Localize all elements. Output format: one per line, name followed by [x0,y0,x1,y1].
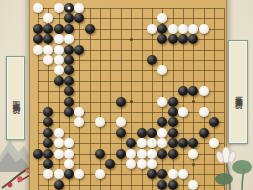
black-stone [168,107,178,117]
black-stone [147,169,157,179]
white-stone [95,117,105,127]
white-stone [74,107,84,117]
black-stone [33,149,43,159]
black-stone [64,76,74,86]
black-stone [116,97,126,107]
white-stone [157,97,167,107]
black-stone [64,169,74,179]
white-stone [157,65,167,75]
black-stone [157,24,167,34]
white-stone [178,24,188,34]
last-move-marker [68,7,71,10]
black-stone [168,34,178,44]
white-stone [43,45,53,55]
grid-line [214,8,215,190]
white-stone [147,159,157,169]
white-stone [54,138,64,148]
white-stone [157,138,167,148]
star-point [130,100,133,103]
white-stone [54,3,64,13]
black-stone [64,13,74,23]
star-point [130,38,133,41]
white-stone [74,3,84,13]
white-stone [137,149,147,159]
black-stone [43,107,53,117]
black-stone [33,34,43,44]
white-stone [178,107,188,117]
grid-line [224,8,225,190]
white-stone [95,169,105,179]
black-stone [64,107,74,117]
white-stone [43,13,53,23]
right-scroll-plaque: 李轩豪名局赏析 [228,40,248,144]
black-stone [43,138,53,148]
black-stone [168,149,178,159]
black-stone [157,117,167,127]
white-stone [126,159,136,169]
black-stone [64,45,74,55]
black-stone [74,45,84,55]
go-board[interactable] [29,0,227,190]
black-stone [54,24,64,34]
white-stone [64,138,74,148]
white-stone [43,169,53,179]
black-stone [43,117,53,127]
white-stone [74,117,84,127]
black-stone [168,97,178,107]
black-stone [116,128,126,138]
white-stone [188,149,198,159]
black-stone [126,138,136,148]
black-stone [43,128,53,138]
white-stone [126,149,136,159]
black-stone [199,128,209,138]
white-stone [157,13,167,23]
white-stone [64,159,74,169]
black-stone [43,24,53,34]
white-stone [54,45,64,55]
white-stone [188,180,198,190]
grid-line [100,8,101,190]
black-stone [157,180,167,190]
black-stone [74,13,84,23]
black-stone [116,149,126,159]
black-stone [209,117,219,127]
white-stone [116,117,126,127]
white-stone [147,24,157,34]
left-scroll-text: 围棋名局赏析 [12,95,20,101]
white-stone [33,45,43,55]
white-stone [178,169,188,179]
white-stone [64,34,74,44]
white-stone [33,3,43,13]
grid-line [38,122,224,123]
black-stone [147,55,157,65]
white-stone [43,55,53,65]
go-app-screen: 围棋名局赏析 李轩豪名局赏析 [0,0,253,190]
white-stone [168,169,178,179]
white-stone [147,149,157,159]
white-stone [137,159,147,169]
black-stone [157,169,167,179]
white-stone [147,138,157,148]
white-stone [54,55,64,65]
black-stone [168,138,178,148]
black-stone [43,34,53,44]
white-stone [54,34,64,44]
black-stone [147,128,157,138]
black-stone [64,65,74,75]
white-stone [199,86,209,96]
right-scroll-text: 李轩豪名局赏析 [234,89,242,96]
white-stone [199,24,209,34]
black-stone [43,159,53,169]
white-stone [168,24,178,34]
black-stone [95,149,105,159]
black-stone [168,128,178,138]
black-stone [64,86,74,96]
black-stone [178,138,188,148]
black-stone [64,55,74,65]
grid-line [38,133,224,134]
white-stone [54,128,64,138]
black-stone [188,138,198,148]
black-stone [85,24,95,34]
star-point [192,163,195,166]
black-stone [188,34,198,44]
black-stone [157,149,167,159]
black-stone [64,97,74,107]
white-stone [199,107,209,117]
black-stone [178,34,188,44]
black-stone [168,180,178,190]
white-stone [157,128,167,138]
grid-line [79,8,80,190]
white-stone [188,24,198,34]
black-stone [157,34,167,44]
black-stone [105,159,115,169]
star-point [192,100,195,103]
black-stone [54,76,64,86]
white-stone [209,138,219,148]
left-scroll-plaque: 围棋名局赏析 [6,56,25,140]
white-stone [137,138,147,148]
black-stone [137,128,147,138]
black-stone [188,86,198,96]
white-stone [74,169,84,179]
black-stone [43,149,53,159]
black-stone [33,24,43,34]
grid-line [90,8,91,190]
grid-line [204,8,205,190]
black-stone [168,117,178,127]
white-stone [54,149,64,159]
white-stone [64,149,74,159]
white-stone [54,169,64,179]
black-stone [64,3,74,13]
white-stone [54,65,64,75]
black-stone [54,180,64,190]
black-stone [64,24,74,34]
black-stone [178,86,188,96]
